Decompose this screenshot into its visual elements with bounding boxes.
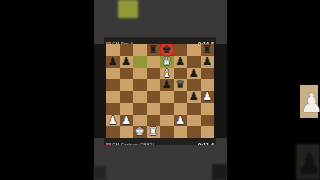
square-e8[interactable]: ♚ xyxy=(160,44,174,56)
square-b8[interactable] xyxy=(120,44,134,56)
piece-black-pawn-b7: ♟ xyxy=(120,56,134,68)
piece-black-king-e8: ♚ xyxy=(160,44,174,56)
square-f1[interactable] xyxy=(174,126,188,138)
square-d7[interactable] xyxy=(147,56,161,68)
board-right-margin xyxy=(214,44,227,138)
board-left-margin xyxy=(94,44,106,138)
square-g4[interactable]: ♟ xyxy=(187,91,201,103)
square-d5[interactable] xyxy=(147,79,161,91)
flag-icon xyxy=(106,143,111,145)
square-h6[interactable] xyxy=(201,68,215,80)
chess-board[interactable]: ♜♚♜♟♟♛♟♟♝♟♟♛♟♟♟♟♟♚♜ xyxy=(106,44,214,138)
piece-black-pawn-g6: ♟ xyxy=(187,68,201,80)
background-white-pawn: ♟ xyxy=(300,85,318,118)
square-a7[interactable]: ♟ xyxy=(106,56,120,68)
square-d8[interactable]: ♜ xyxy=(147,44,161,56)
square-a6[interactable] xyxy=(106,68,120,80)
bottom-player-name-group: GM Carlsen (2882) xyxy=(106,142,154,146)
square-b3[interactable] xyxy=(120,103,134,115)
square-b4[interactable] xyxy=(120,91,134,103)
square-d6[interactable] xyxy=(147,68,161,80)
square-e1[interactable] xyxy=(160,126,174,138)
piece-black-rook-d8: ♜ xyxy=(147,44,161,56)
square-h2[interactable] xyxy=(201,115,215,127)
square-h7[interactable]: ♟ xyxy=(201,56,215,68)
square-c4[interactable] xyxy=(133,91,147,103)
square-g7[interactable] xyxy=(187,56,201,68)
square-h8[interactable]: ♜ xyxy=(201,44,215,56)
background-dark-piece: ♟ xyxy=(296,144,320,180)
piece-white-rook-d1: ♜ xyxy=(147,126,161,138)
piece-white-pawn-h4: ♟ xyxy=(201,91,215,103)
square-h5[interactable] xyxy=(201,79,215,91)
square-f8[interactable] xyxy=(174,44,188,56)
square-e4[interactable] xyxy=(160,91,174,103)
square-f5[interactable]: ♛ xyxy=(174,79,188,91)
square-g3[interactable] xyxy=(187,103,201,115)
square-e2[interactable] xyxy=(160,115,174,127)
square-g8[interactable] xyxy=(187,44,201,56)
square-b5[interactable] xyxy=(120,79,134,91)
square-f6[interactable] xyxy=(174,68,188,80)
square-e3[interactable] xyxy=(160,103,174,115)
background-highlight-blob xyxy=(118,0,138,18)
background-dark-piece-glyph: ♟ xyxy=(296,144,320,180)
square-d4[interactable] xyxy=(147,91,161,103)
square-a4[interactable] xyxy=(106,91,120,103)
piece-black-pawn-g4: ♟ xyxy=(187,91,201,103)
top-player-bar: GM Pap A 0:14.5 xyxy=(104,37,216,44)
square-g2[interactable] xyxy=(187,115,201,127)
video-frame: GM Pap A 0:14.5 ♜♚♜♟♟♛♟♟♝♟♟♛♟♟♟♟♟♚♜ GM C… xyxy=(0,0,320,180)
square-g5[interactable] xyxy=(187,79,201,91)
square-c2[interactable] xyxy=(133,115,147,127)
piece-black-queen-f5: ♛ xyxy=(174,79,188,91)
square-e6[interactable]: ♝ xyxy=(160,68,174,80)
bottom-player-clock: 0:11.4 xyxy=(198,142,214,146)
square-d1[interactable]: ♜ xyxy=(147,126,161,138)
piece-white-queen-e7: ♛ xyxy=(160,56,174,68)
bottom-player-bar: GM Carlsen (2882) 0:11.4 xyxy=(104,138,216,145)
square-e5[interactable]: ♟ xyxy=(160,79,174,91)
square-d3[interactable] xyxy=(147,103,161,115)
square-a2[interactable]: ♟ xyxy=(106,115,120,127)
square-f3[interactable] xyxy=(174,103,188,115)
square-a3[interactable] xyxy=(106,103,120,115)
square-c1[interactable]: ♚ xyxy=(133,126,147,138)
piece-white-pawn-a2: ♟ xyxy=(106,115,120,127)
square-f7[interactable]: ♟ xyxy=(174,56,188,68)
square-b1[interactable] xyxy=(120,126,134,138)
piece-black-pawn-e5: ♟ xyxy=(160,79,174,91)
square-a5[interactable] xyxy=(106,79,120,91)
piece-black-pawn-a7: ♟ xyxy=(106,56,120,68)
square-f2[interactable]: ♟ xyxy=(174,115,188,127)
square-h4[interactable]: ♟ xyxy=(201,91,215,103)
piece-white-king-c1: ♚ xyxy=(133,126,147,138)
square-c6[interactable] xyxy=(133,68,147,80)
square-b6[interactable] xyxy=(120,68,134,80)
square-d2[interactable] xyxy=(147,115,161,127)
piece-black-rook-h8: ♜ xyxy=(201,44,215,56)
square-a8[interactable] xyxy=(106,44,120,56)
square-h3[interactable] xyxy=(201,103,215,115)
piece-white-pawn-b2: ♟ xyxy=(120,115,134,127)
piece-white-bishop-e6: ♝ xyxy=(160,68,174,80)
bottom-player-name: GM Carlsen (2882) xyxy=(112,143,154,145)
square-c5[interactable] xyxy=(133,79,147,91)
square-f4[interactable] xyxy=(174,91,188,103)
piece-black-pawn-h7: ♟ xyxy=(201,56,215,68)
square-b7[interactable]: ♟ xyxy=(120,56,134,68)
video-strip: GM Pap A 0:14.5 ♜♚♜♟♟♛♟♟♝♟♟♛♟♟♟♟♟♚♜ GM C… xyxy=(94,0,227,180)
piece-black-pawn-f7: ♟ xyxy=(174,56,188,68)
square-c8[interactable] xyxy=(133,44,147,56)
square-c3[interactable] xyxy=(133,103,147,115)
square-g1[interactable] xyxy=(187,126,201,138)
background-shadow-blob xyxy=(212,164,227,180)
square-h1[interactable] xyxy=(201,126,215,138)
piece-white-pawn-f2: ♟ xyxy=(174,115,188,127)
square-a1[interactable] xyxy=(106,126,120,138)
square-g6[interactable]: ♟ xyxy=(187,68,201,80)
background-shadow-blob xyxy=(94,166,106,180)
square-c7[interactable] xyxy=(133,56,147,68)
square-b2[interactable]: ♟ xyxy=(120,115,134,127)
square-e7[interactable]: ♛ xyxy=(160,56,174,68)
